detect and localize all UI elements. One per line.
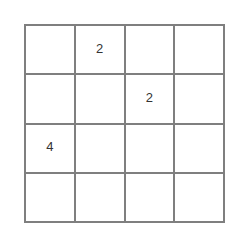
cell-r3c0 bbox=[26, 174, 74, 221]
cell-r0c0 bbox=[26, 26, 74, 73]
cell-r1c2: 2 bbox=[126, 75, 174, 122]
cell-r3c2 bbox=[126, 174, 174, 221]
cell-r2c1 bbox=[76, 125, 124, 172]
game-board: 2 2 4 bbox=[24, 24, 225, 223]
cell-r0c1: 2 bbox=[76, 26, 124, 73]
cell-r3c3 bbox=[175, 174, 223, 221]
cell-r2c0: 4 bbox=[26, 125, 74, 172]
cell-r3c1 bbox=[76, 174, 124, 221]
cell-r1c0 bbox=[26, 75, 74, 122]
cell-r1c3 bbox=[175, 75, 223, 122]
cell-r0c2 bbox=[126, 26, 174, 73]
cell-r0c3 bbox=[175, 26, 223, 73]
cell-r2c2 bbox=[126, 125, 174, 172]
cell-r2c3 bbox=[175, 125, 223, 172]
cell-r1c1 bbox=[76, 75, 124, 122]
